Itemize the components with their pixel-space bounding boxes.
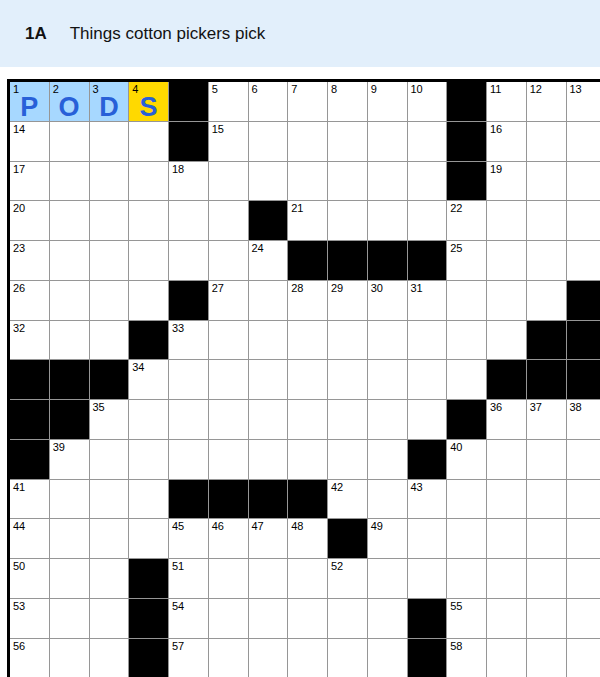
cell-r9c6[interactable] bbox=[209, 400, 248, 439]
cell-r14c13[interactable] bbox=[487, 599, 526, 638]
cell-r15c7[interactable] bbox=[249, 639, 288, 677]
cell-r9c15[interactable]: 38 bbox=[567, 400, 600, 439]
clue-number-45: 45 bbox=[172, 520, 184, 532]
cell-r6c6[interactable]: 27 bbox=[209, 281, 248, 320]
cell-r4c11[interactable] bbox=[408, 201, 447, 240]
black-cell-r10c11 bbox=[408, 440, 447, 479]
cell-r15c9[interactable] bbox=[328, 639, 367, 677]
cell-r14c10[interactable] bbox=[368, 599, 407, 638]
cell-r8c4[interactable]: 34 bbox=[129, 360, 168, 399]
entered-letter-r1c4: S bbox=[129, 94, 168, 120]
clue-number-13: 13 bbox=[570, 83, 582, 95]
black-cell-r2c5 bbox=[169, 122, 208, 161]
cell-r10c4[interactable] bbox=[129, 440, 168, 479]
cell-r2c4[interactable] bbox=[129, 122, 168, 161]
cell-r9c14[interactable]: 37 bbox=[527, 400, 566, 439]
cell-r13c10[interactable] bbox=[368, 559, 407, 598]
cell-r4c6[interactable] bbox=[209, 201, 248, 240]
cell-r6c1[interactable]: 26 bbox=[10, 281, 49, 320]
cell-r11c11[interactable]: 43 bbox=[408, 480, 447, 519]
cell-r13c6[interactable] bbox=[209, 559, 248, 598]
cell-r13c14[interactable] bbox=[527, 559, 566, 598]
cell-r4c12[interactable]: 22 bbox=[447, 201, 486, 240]
black-cell-r11c8 bbox=[288, 480, 327, 519]
cell-r7c12[interactable] bbox=[447, 321, 486, 360]
cell-r1c2[interactable]: 2O bbox=[50, 82, 89, 121]
cell-r14c1[interactable]: 53 bbox=[10, 599, 49, 638]
black-cell-r6c15 bbox=[567, 281, 600, 320]
clue-number-38: 38 bbox=[570, 401, 582, 413]
cell-r9c4[interactable] bbox=[129, 400, 168, 439]
clue-number-22: 22 bbox=[450, 202, 462, 214]
clue-number-9: 9 bbox=[371, 83, 377, 95]
black-cell-r11c5 bbox=[169, 480, 208, 519]
clue-number-8: 8 bbox=[331, 83, 337, 95]
entered-letter-r1c2: O bbox=[50, 94, 89, 120]
clue-number-42: 42 bbox=[331, 481, 343, 493]
cell-r5c5[interactable] bbox=[169, 241, 208, 280]
clue-number-23: 23 bbox=[13, 242, 25, 254]
cell-r3c6[interactable] bbox=[209, 162, 248, 201]
clue-number-30: 30 bbox=[371, 282, 383, 294]
cell-r14c3[interactable] bbox=[90, 599, 129, 638]
cell-r2c8[interactable] bbox=[288, 122, 327, 161]
clue-number-53: 53 bbox=[13, 600, 25, 612]
cell-r2c13[interactable]: 16 bbox=[487, 122, 526, 161]
cell-r8c9[interactable] bbox=[328, 360, 367, 399]
black-cell-r11c7 bbox=[249, 480, 288, 519]
cell-r6c7[interactable] bbox=[249, 281, 288, 320]
cell-r8c5[interactable] bbox=[169, 360, 208, 399]
clue-number-25: 25 bbox=[450, 242, 462, 254]
cell-r5c2[interactable] bbox=[50, 241, 89, 280]
clue-number-24: 24 bbox=[252, 242, 264, 254]
cell-r5c13[interactable] bbox=[487, 241, 526, 280]
cell-r7c1[interactable]: 32 bbox=[10, 321, 49, 360]
cell-r11c15[interactable] bbox=[567, 480, 600, 519]
cell-r7c13[interactable] bbox=[487, 321, 526, 360]
cell-r3c11[interactable] bbox=[408, 162, 447, 201]
clue-number-27: 27 bbox=[212, 282, 224, 294]
cell-r8c6[interactable] bbox=[209, 360, 248, 399]
cell-r10c7[interactable] bbox=[249, 440, 288, 479]
cell-r1c7[interactable]: 6 bbox=[249, 82, 288, 121]
black-cell-r14c11 bbox=[408, 599, 447, 638]
clue-number-26: 26 bbox=[13, 282, 25, 294]
black-cell-r8c1 bbox=[10, 360, 49, 399]
cell-r3c15[interactable] bbox=[567, 162, 600, 201]
cell-r5c7[interactable]: 24 bbox=[249, 241, 288, 280]
cell-r3c2[interactable] bbox=[50, 162, 89, 201]
cell-r15c8[interactable] bbox=[288, 639, 327, 677]
cell-r4c1[interactable]: 20 bbox=[10, 201, 49, 240]
black-cell-r8c13 bbox=[487, 360, 526, 399]
cell-r15c12[interactable]: 58 bbox=[447, 639, 486, 677]
clue-number-39: 39 bbox=[53, 441, 65, 453]
cell-r14c2[interactable] bbox=[50, 599, 89, 638]
clue-number-52: 52 bbox=[331, 560, 343, 572]
clue-number-58: 58 bbox=[450, 640, 462, 652]
cell-r13c2[interactable] bbox=[50, 559, 89, 598]
cell-r6c10[interactable]: 30 bbox=[368, 281, 407, 320]
cell-r5c4[interactable] bbox=[129, 241, 168, 280]
cell-r4c9[interactable] bbox=[328, 201, 367, 240]
black-cell-r7c14 bbox=[527, 321, 566, 360]
cell-r12c3[interactable] bbox=[90, 519, 129, 558]
clue-number-28: 28 bbox=[291, 282, 303, 294]
black-cell-r12c9 bbox=[328, 519, 367, 558]
cell-r6c8[interactable]: 28 bbox=[288, 281, 327, 320]
clue-number-20: 20 bbox=[13, 202, 25, 214]
black-cell-r4c7 bbox=[249, 201, 288, 240]
cell-r15c3[interactable] bbox=[90, 639, 129, 677]
clue-number-46: 46 bbox=[212, 520, 224, 532]
clue-number-50: 50 bbox=[13, 560, 25, 572]
clue-number-label: 1A bbox=[25, 24, 47, 44]
cell-r3c9[interactable] bbox=[328, 162, 367, 201]
cell-r6c4[interactable] bbox=[129, 281, 168, 320]
cell-r2c14[interactable] bbox=[527, 122, 566, 161]
cell-r3c1[interactable]: 17 bbox=[10, 162, 49, 201]
cell-r6c2[interactable] bbox=[50, 281, 89, 320]
cell-r10c5[interactable] bbox=[169, 440, 208, 479]
clue-number-10: 10 bbox=[411, 83, 423, 95]
cell-r10c8[interactable] bbox=[288, 440, 327, 479]
cell-r9c10[interactable] bbox=[368, 400, 407, 439]
cell-r12c7[interactable]: 47 bbox=[249, 519, 288, 558]
cell-r14c5[interactable]: 54 bbox=[169, 599, 208, 638]
cell-r3c8[interactable] bbox=[288, 162, 327, 201]
cell-r8c11[interactable] bbox=[408, 360, 447, 399]
cell-r6c11[interactable]: 31 bbox=[408, 281, 447, 320]
cell-r13c15[interactable] bbox=[567, 559, 600, 598]
cell-r12c11[interactable] bbox=[408, 519, 447, 558]
cell-r14c14[interactable] bbox=[527, 599, 566, 638]
cell-r13c12[interactable] bbox=[447, 559, 486, 598]
cell-r4c5[interactable] bbox=[169, 201, 208, 240]
black-cell-r9c1 bbox=[10, 400, 49, 439]
cell-r11c4[interactable] bbox=[129, 480, 168, 519]
clue-number-34: 34 bbox=[132, 361, 144, 373]
cell-r15c13[interactable] bbox=[487, 639, 526, 677]
black-cell-r5c10 bbox=[368, 241, 407, 280]
cell-r13c13[interactable] bbox=[487, 559, 526, 598]
cell-r13c9[interactable]: 52 bbox=[328, 559, 367, 598]
cell-r14c12[interactable]: 55 bbox=[447, 599, 486, 638]
cell-r1c1[interactable]: 1P bbox=[10, 82, 49, 121]
clue-number-57: 57 bbox=[172, 640, 184, 652]
cell-r7c8[interactable] bbox=[288, 321, 327, 360]
cell-r2c1[interactable]: 14 bbox=[10, 122, 49, 161]
black-cell-r15c4 bbox=[129, 639, 168, 677]
entered-letter-r1c3: D bbox=[90, 94, 129, 120]
black-cell-r8c14 bbox=[527, 360, 566, 399]
cell-r6c3[interactable] bbox=[90, 281, 129, 320]
cell-r9c13[interactable]: 36 bbox=[487, 400, 526, 439]
cell-r10c9[interactable] bbox=[328, 440, 367, 479]
cell-r10c3[interactable] bbox=[90, 440, 129, 479]
clue-number-15: 15 bbox=[212, 123, 224, 135]
cell-r4c4[interactable] bbox=[129, 201, 168, 240]
cell-r5c3[interactable] bbox=[90, 241, 129, 280]
cell-r3c4[interactable] bbox=[129, 162, 168, 201]
cell-r12c5[interactable]: 45 bbox=[169, 519, 208, 558]
cell-r8c7[interactable] bbox=[249, 360, 288, 399]
cell-r9c7[interactable] bbox=[249, 400, 288, 439]
cell-r1c6[interactable]: 5 bbox=[209, 82, 248, 121]
cell-r15c15[interactable] bbox=[567, 639, 600, 677]
clue-number-31: 31 bbox=[411, 282, 423, 294]
cell-r15c6[interactable] bbox=[209, 639, 248, 677]
clue-number-55: 55 bbox=[450, 600, 462, 612]
cell-r6c14[interactable] bbox=[527, 281, 566, 320]
cell-r9c9[interactable] bbox=[328, 400, 367, 439]
cell-r7c7[interactable] bbox=[249, 321, 288, 360]
cell-r1c14[interactable]: 12 bbox=[527, 82, 566, 121]
cell-r7c11[interactable] bbox=[408, 321, 447, 360]
cell-r15c5[interactable]: 57 bbox=[169, 639, 208, 677]
cell-r12c1[interactable]: 44 bbox=[10, 519, 49, 558]
cell-r4c3[interactable] bbox=[90, 201, 129, 240]
cell-r10c6[interactable] bbox=[209, 440, 248, 479]
black-cell-r9c2 bbox=[50, 400, 89, 439]
black-cell-r11c6 bbox=[209, 480, 248, 519]
cell-r15c14[interactable] bbox=[527, 639, 566, 677]
clue-number-21: 21 bbox=[291, 202, 303, 214]
cell-r11c9[interactable]: 42 bbox=[328, 480, 367, 519]
cell-r5c6[interactable] bbox=[209, 241, 248, 280]
cell-r12c4[interactable] bbox=[129, 519, 168, 558]
cell-r9c5[interactable] bbox=[169, 400, 208, 439]
clue-number-40: 40 bbox=[450, 441, 462, 453]
cell-r3c3[interactable] bbox=[90, 162, 129, 201]
cell-r1c9[interactable]: 8 bbox=[328, 82, 367, 121]
black-cell-r8c15 bbox=[567, 360, 600, 399]
cell-r10c10[interactable] bbox=[368, 440, 407, 479]
black-cell-r8c3 bbox=[90, 360, 129, 399]
clue-number-19: 19 bbox=[490, 163, 502, 175]
cell-r11c1[interactable]: 41 bbox=[10, 480, 49, 519]
cell-r2c3[interactable] bbox=[90, 122, 129, 161]
clue-number-6: 6 bbox=[252, 83, 258, 95]
black-cell-r8c2 bbox=[50, 360, 89, 399]
cell-r3c10[interactable] bbox=[368, 162, 407, 201]
clue-number-47: 47 bbox=[252, 520, 264, 532]
cell-r4c2[interactable] bbox=[50, 201, 89, 240]
clue-number-43: 43 bbox=[411, 481, 423, 493]
cell-r13c3[interactable] bbox=[90, 559, 129, 598]
cell-r12c15[interactable] bbox=[567, 519, 600, 558]
cell-r12c6[interactable]: 46 bbox=[209, 519, 248, 558]
cell-r5c15[interactable] bbox=[567, 241, 600, 280]
black-cell-r5c8 bbox=[288, 241, 327, 280]
cell-r4c15[interactable] bbox=[567, 201, 600, 240]
cell-r11c2[interactable] bbox=[50, 480, 89, 519]
cell-r11c10[interactable] bbox=[368, 480, 407, 519]
cell-r15c1[interactable]: 56 bbox=[10, 639, 49, 677]
cell-r13c11[interactable] bbox=[408, 559, 447, 598]
clue-number-35: 35 bbox=[93, 401, 105, 413]
clue-number-12: 12 bbox=[530, 83, 542, 95]
cell-r8c12[interactable] bbox=[447, 360, 486, 399]
cell-r6c13[interactable] bbox=[487, 281, 526, 320]
black-cell-r5c9 bbox=[328, 241, 367, 280]
cell-r10c15[interactable] bbox=[567, 440, 600, 479]
cell-r4c13[interactable] bbox=[487, 201, 526, 240]
clue-number-49: 49 bbox=[371, 520, 383, 532]
cell-r3c14[interactable] bbox=[527, 162, 566, 201]
black-cell-r15c11 bbox=[408, 639, 447, 677]
cell-r11c14[interactable] bbox=[527, 480, 566, 519]
cell-r5c14[interactable] bbox=[527, 241, 566, 280]
black-cell-r13c4 bbox=[129, 559, 168, 598]
cell-r7c2[interactable] bbox=[50, 321, 89, 360]
black-cell-r7c15 bbox=[567, 321, 600, 360]
cell-r1c11[interactable]: 10 bbox=[408, 82, 447, 121]
clue-number-41: 41 bbox=[13, 481, 25, 493]
clue-number-7: 7 bbox=[291, 83, 297, 95]
cell-r7c5[interactable]: 33 bbox=[169, 321, 208, 360]
clue-number-56: 56 bbox=[13, 640, 25, 652]
cell-r12c13[interactable] bbox=[487, 519, 526, 558]
cell-r5c12[interactable]: 25 bbox=[447, 241, 486, 280]
cell-r1c15[interactable]: 13 bbox=[567, 82, 600, 121]
cell-r7c9[interactable] bbox=[328, 321, 367, 360]
cell-r1c10[interactable]: 9 bbox=[368, 82, 407, 121]
cell-r12c10[interactable]: 49 bbox=[368, 519, 407, 558]
cell-r13c1[interactable]: 50 bbox=[10, 559, 49, 598]
cell-r3c13[interactable]: 19 bbox=[487, 162, 526, 201]
cell-r1c13[interactable]: 11 bbox=[487, 82, 526, 121]
clue-number-18: 18 bbox=[172, 163, 184, 175]
clue-number-29: 29 bbox=[331, 282, 343, 294]
cell-r11c12[interactable] bbox=[447, 480, 486, 519]
clue-number-51: 51 bbox=[172, 560, 184, 572]
black-cell-r5c11 bbox=[408, 241, 447, 280]
cell-r11c3[interactable] bbox=[90, 480, 129, 519]
cell-r2c15[interactable] bbox=[567, 122, 600, 161]
black-cell-r2c12 bbox=[447, 122, 486, 161]
cell-r12c2[interactable] bbox=[50, 519, 89, 558]
cell-r10c13[interactable] bbox=[487, 440, 526, 479]
cell-r13c8[interactable] bbox=[288, 559, 327, 598]
cell-r4c8[interactable]: 21 bbox=[288, 201, 327, 240]
clue-number-32: 32 bbox=[13, 322, 25, 334]
cell-r9c3[interactable]: 35 bbox=[90, 400, 129, 439]
entered-letter-r1c1: P bbox=[10, 94, 49, 120]
black-cell-r6c5 bbox=[169, 281, 208, 320]
cell-r15c10[interactable] bbox=[368, 639, 407, 677]
cell-r1c4[interactable]: 4S bbox=[129, 82, 168, 121]
clue-bar[interactable]: 1A Things cotton pickers pick bbox=[0, 0, 600, 67]
crossword-grid: 1P2O3D4S56789101112131415161718192021222… bbox=[7, 79, 600, 677]
clue-number-44: 44 bbox=[13, 520, 25, 532]
cell-r12c14[interactable] bbox=[527, 519, 566, 558]
clue-number-14: 14 bbox=[13, 123, 25, 135]
cell-r12c8[interactable]: 48 bbox=[288, 519, 327, 558]
cell-r4c14[interactable] bbox=[527, 201, 566, 240]
cell-r2c11[interactable] bbox=[408, 122, 447, 161]
cell-r6c12[interactable] bbox=[447, 281, 486, 320]
cell-r2c6[interactable]: 15 bbox=[209, 122, 248, 161]
cell-r9c11[interactable] bbox=[408, 400, 447, 439]
clue-number-37: 37 bbox=[530, 401, 542, 413]
clue-text: Things cotton pickers pick bbox=[70, 24, 266, 44]
black-cell-r10c1 bbox=[10, 440, 49, 479]
cell-r2c2[interactable] bbox=[50, 122, 89, 161]
cell-r13c7[interactable] bbox=[249, 559, 288, 598]
cell-r8c8[interactable] bbox=[288, 360, 327, 399]
cell-r10c14[interactable] bbox=[527, 440, 566, 479]
black-cell-r1c12 bbox=[447, 82, 486, 121]
cell-r2c9[interactable] bbox=[328, 122, 367, 161]
cell-r11c13[interactable] bbox=[487, 480, 526, 519]
black-cell-r9c12 bbox=[447, 400, 486, 439]
cell-r14c15[interactable] bbox=[567, 599, 600, 638]
black-cell-r7c4 bbox=[129, 321, 168, 360]
cell-r13c5[interactable]: 51 bbox=[169, 559, 208, 598]
cell-r12c12[interactable] bbox=[447, 519, 486, 558]
black-cell-r3c12 bbox=[447, 162, 486, 201]
cell-r14c8[interactable] bbox=[288, 599, 327, 638]
cell-r14c6[interactable] bbox=[209, 599, 248, 638]
cell-r9c8[interactable] bbox=[288, 400, 327, 439]
cell-r3c7[interactable] bbox=[249, 162, 288, 201]
clue-number-5: 5 bbox=[212, 83, 218, 95]
cell-r6c9[interactable]: 29 bbox=[328, 281, 367, 320]
clue-number-48: 48 bbox=[291, 520, 303, 532]
clue-number-33: 33 bbox=[172, 322, 184, 334]
cell-r10c12[interactable]: 40 bbox=[447, 440, 486, 479]
clue-number-11: 11 bbox=[490, 83, 501, 95]
cell-r2c7[interactable] bbox=[249, 122, 288, 161]
cell-r15c2[interactable] bbox=[50, 639, 89, 677]
cell-r7c6[interactable] bbox=[209, 321, 248, 360]
cell-r10c2[interactable]: 39 bbox=[50, 440, 89, 479]
cell-r1c8[interactable]: 7 bbox=[288, 82, 327, 121]
cell-r14c7[interactable] bbox=[249, 599, 288, 638]
clue-number-36: 36 bbox=[490, 401, 502, 413]
cell-r8c10[interactable] bbox=[368, 360, 407, 399]
cell-r7c10[interactable] bbox=[368, 321, 407, 360]
cell-r5c1[interactable]: 23 bbox=[10, 241, 49, 280]
clue-number-16: 16 bbox=[490, 123, 502, 135]
cell-r7c3[interactable] bbox=[90, 321, 129, 360]
clue-number-17: 17 bbox=[13, 163, 25, 175]
cell-r2c10[interactable] bbox=[368, 122, 407, 161]
cell-r1c3[interactable]: 3D bbox=[90, 82, 129, 121]
cell-r4c10[interactable] bbox=[368, 201, 407, 240]
black-cell-r1c5 bbox=[169, 82, 208, 121]
cell-r14c9[interactable] bbox=[328, 599, 367, 638]
black-cell-r14c4 bbox=[129, 599, 168, 638]
cell-r3c5[interactable]: 18 bbox=[169, 162, 208, 201]
clue-number-54: 54 bbox=[172, 600, 184, 612]
